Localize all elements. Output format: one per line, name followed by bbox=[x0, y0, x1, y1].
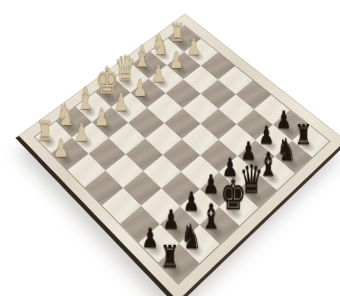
scene: ♜♟♟♜♞♟♟♞♝♟♟♝♛♟♟♛♚♟♟♚♝♟♟♝♞♟♟♞♜♟♟♜ bbox=[0, 0, 340, 296]
white-pawn[interactable]: ♟ bbox=[92, 105, 112, 129]
black-king[interactable]: ♚ bbox=[220, 174, 242, 216]
black-pawn[interactable]: ♟ bbox=[200, 172, 221, 198]
white-pawn[interactable]: ♟ bbox=[167, 49, 186, 72]
white-pawn[interactable]: ♟ bbox=[184, 36, 203, 59]
black-rook[interactable]: ♜ bbox=[158, 241, 181, 272]
white-pawn[interactable]: ♟ bbox=[51, 136, 72, 161]
white-pawn[interactable]: ♟ bbox=[111, 91, 131, 115]
black-pawn[interactable]: ♟ bbox=[256, 123, 276, 148]
black-pawn[interactable]: ♟ bbox=[274, 108, 294, 132]
chess-board: ♜♟♟♜♞♟♟♞♝♟♟♝♛♟♟♛♚♟♟♚♝♟♟♝♞♟♟♞♜♟♟♜ bbox=[15, 13, 340, 296]
board-squares: ♜♟♟♜♞♟♟♞♝♟♟♝♛♟♟♛♚♟♟♚♝♟♟♝♞♟♟♞♜♟♟♜ bbox=[35, 26, 329, 283]
black-bishop[interactable]: ♝ bbox=[200, 200, 222, 234]
black-knight[interactable]: ♞ bbox=[276, 134, 297, 165]
black-pawn[interactable]: ♟ bbox=[180, 189, 202, 215]
square[interactable] bbox=[163, 139, 200, 172]
white-pawn[interactable]: ♟ bbox=[149, 63, 168, 86]
photo-canvas: ♜♟♟♜♞♟♟♞♝♟♟♝♛♟♟♛♚♟♟♚♝♟♟♝♞♟♟♞♜♟♟♜ bbox=[0, 0, 340, 296]
white-pawn[interactable]: ♟ bbox=[130, 76, 149, 100]
black-knight[interactable]: ♞ bbox=[180, 220, 202, 253]
white-pawn[interactable]: ♟ bbox=[71, 121, 91, 146]
